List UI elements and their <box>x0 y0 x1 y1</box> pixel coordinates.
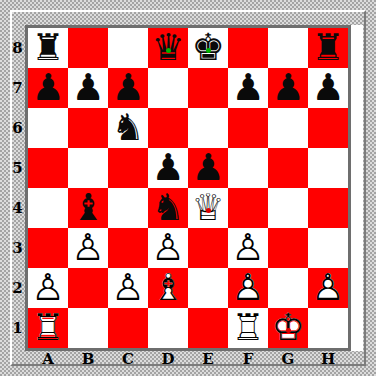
square-b7[interactable]: ♟ <box>68 68 108 108</box>
square-h3[interactable] <box>308 228 348 268</box>
square-f8[interactable] <box>228 28 268 68</box>
square-c2[interactable] <box>108 268 148 308</box>
square-g8[interactable] <box>268 28 308 68</box>
square-e5[interactable]: ♟ <box>188 148 228 188</box>
rank-label-2: 2 <box>10 268 25 308</box>
rank-label-6: 6 <box>10 108 25 148</box>
square-g6[interactable] <box>268 108 308 148</box>
queen-jewel <box>166 48 171 53</box>
piece-white-pawn-f3[interactable] <box>228 228 268 268</box>
square-e1[interactable] <box>188 308 228 348</box>
piece-white-bishop-d2[interactable] <box>148 268 188 308</box>
rank-label-5: 5 <box>10 148 25 188</box>
file-label-b: B <box>68 351 108 366</box>
square-a7[interactable]: ♟ <box>28 68 68 108</box>
board-right-margin <box>351 25 363 351</box>
piece-black-pawn-g7[interactable]: ♟ <box>268 68 308 108</box>
square-d2[interactable] <box>148 268 188 308</box>
square-c6[interactable]: ♞ <box>108 108 148 148</box>
piece-black-pawn-b7[interactable]: ♟ <box>68 68 108 108</box>
rank-label-3: 3 <box>10 228 25 268</box>
square-d3[interactable] <box>148 228 188 268</box>
piece-white-pawn-c2[interactable] <box>108 268 148 308</box>
piece-white-pawn-b3[interactable] <box>68 228 108 268</box>
piece-black-knight-d4[interactable]: ♞ <box>148 188 188 228</box>
piece-white-rook-a1[interactable] <box>28 308 68 348</box>
square-e3[interactable] <box>188 228 228 268</box>
square-a1[interactable] <box>28 308 68 348</box>
piece-white-queen-e4[interactable] <box>188 188 228 228</box>
square-e4[interactable] <box>188 188 228 228</box>
piece-black-king-e8[interactable]: ♚ <box>188 28 228 68</box>
square-h1[interactable] <box>308 308 348 348</box>
square-a5[interactable] <box>28 148 68 188</box>
square-a8[interactable]: ♜ <box>28 28 68 68</box>
square-d4[interactable]: ♞ <box>148 188 188 228</box>
piece-black-pawn-e5[interactable]: ♟ <box>188 148 228 188</box>
piece-white-pawn-h2[interactable] <box>308 268 348 308</box>
piece-black-rook-a8[interactable]: ♜ <box>28 28 68 68</box>
square-f5[interactable] <box>228 148 268 188</box>
square-a6[interactable] <box>28 108 68 148</box>
file-label-e: E <box>188 351 228 366</box>
square-e6[interactable] <box>188 108 228 148</box>
square-b5[interactable] <box>68 148 108 188</box>
square-b8[interactable] <box>68 28 108 68</box>
piece-black-pawn-h7[interactable]: ♟ <box>308 68 348 108</box>
square-f3[interactable] <box>228 228 268 268</box>
file-label-g: G <box>268 351 308 366</box>
piece-black-pawn-d5[interactable]: ♟ <box>148 148 188 188</box>
square-c7[interactable]: ♟ <box>108 68 148 108</box>
piece-black-bishop-b4[interactable]: ♝ <box>68 188 108 228</box>
queen-jewel <box>206 208 211 213</box>
rank-label-7: 7 <box>10 68 25 108</box>
square-h4[interactable] <box>308 188 348 228</box>
square-h8[interactable]: ♜ <box>308 28 348 68</box>
square-b6[interactable] <box>68 108 108 148</box>
piece-white-rook-f1[interactable] <box>228 308 268 348</box>
square-a4[interactable] <box>28 188 68 228</box>
square-c3[interactable] <box>108 228 148 268</box>
piece-white-king-g1[interactable] <box>268 308 308 348</box>
square-f4[interactable] <box>228 188 268 228</box>
square-b1[interactable] <box>68 308 108 348</box>
piece-black-knight-c6[interactable]: ♞ <box>108 108 148 148</box>
square-h5[interactable] <box>308 148 348 188</box>
square-d8[interactable]: ♛ <box>148 28 188 68</box>
square-d5[interactable]: ♟ <box>148 148 188 188</box>
king-jewel <box>286 328 291 333</box>
rank-label-1: 1 <box>10 308 25 348</box>
square-g4[interactable] <box>268 188 308 228</box>
square-d7[interactable] <box>148 68 188 108</box>
square-h2[interactable] <box>308 268 348 308</box>
piece-white-pawn-a2[interactable] <box>28 268 68 308</box>
board-frame: ♜♛♚♜♟♟♟♟♟♟♞♟♟♝♞ <box>25 25 351 351</box>
file-label-f: F <box>228 351 268 366</box>
square-h7[interactable]: ♟ <box>308 68 348 108</box>
square-c8[interactable] <box>108 28 148 68</box>
file-label-d: D <box>148 351 188 366</box>
square-g3[interactable] <box>268 228 308 268</box>
square-c5[interactable] <box>108 148 148 188</box>
square-f2[interactable] <box>228 268 268 308</box>
square-b3[interactable] <box>68 228 108 268</box>
piece-black-pawn-c7[interactable]: ♟ <box>108 68 148 108</box>
square-f6[interactable] <box>228 108 268 148</box>
square-c1[interactable] <box>108 308 148 348</box>
square-g2[interactable] <box>268 268 308 308</box>
chess-app-screen: ♜♛♚♜♟♟♟♟♟♟♞♟♟♝♞ 87654321 ABCDEFGH <box>0 0 376 376</box>
square-g1[interactable] <box>268 308 308 348</box>
file-label-c: C <box>108 351 148 366</box>
square-b4[interactable]: ♝ <box>68 188 108 228</box>
piece-white-pawn-d3[interactable] <box>148 228 188 268</box>
square-e2[interactable] <box>188 268 228 308</box>
rank-label-8: 8 <box>10 28 25 68</box>
square-d1[interactable] <box>148 308 188 348</box>
king-jewel <box>206 48 211 53</box>
square-f7[interactable]: ♟ <box>228 68 268 108</box>
piece-white-pawn-f2[interactable] <box>228 268 268 308</box>
file-label-h: H <box>308 351 348 366</box>
file-label-a: A <box>28 351 68 366</box>
square-e8[interactable]: ♚ <box>188 28 228 68</box>
square-e7[interactable] <box>188 68 228 108</box>
square-b2[interactable] <box>68 268 108 308</box>
square-c4[interactable] <box>108 188 148 228</box>
square-g7[interactable]: ♟ <box>268 68 308 108</box>
piece-black-pawn-f7[interactable]: ♟ <box>228 68 268 108</box>
piece-black-rook-h8[interactable]: ♜ <box>308 28 348 68</box>
piece-black-queen-d8[interactable]: ♛ <box>148 28 188 68</box>
square-a2[interactable] <box>28 268 68 308</box>
square-h6[interactable] <box>308 108 348 148</box>
square-a3[interactable] <box>28 228 68 268</box>
chess-board: ♜♛♚♜♟♟♟♟♟♟♞♟♟♝♞ <box>28 28 348 348</box>
rank-label-4: 4 <box>10 188 25 228</box>
square-g5[interactable] <box>268 148 308 188</box>
square-f1[interactable] <box>228 308 268 348</box>
square-d6[interactable] <box>148 108 188 148</box>
piece-black-pawn-a7[interactable]: ♟ <box>28 68 68 108</box>
